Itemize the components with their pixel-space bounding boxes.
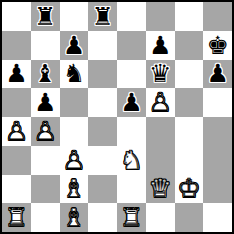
square-g7[interactable] [175,31,204,60]
square-e4[interactable] [117,117,146,146]
white-rook-icon: ♖ [2,203,31,232]
square-b1[interactable] [31,203,60,232]
black-rook-icon: ♜ [88,2,117,31]
square-b4[interactable]: ♟♙ [31,117,60,146]
square-f1[interactable] [146,203,175,232]
square-d5[interactable] [88,88,117,117]
square-a3[interactable] [2,146,31,175]
black-pawn-icon: ♟ [31,88,60,117]
square-d4[interactable] [88,117,117,146]
black-pawn-icon: ♟ [60,31,89,60]
square-c8[interactable] [60,2,89,31]
square-h7[interactable]: ♚ [203,31,232,60]
square-c1[interactable]: ♝♗ [60,203,89,232]
white-pawn-icon: ♙ [60,146,89,175]
square-b6[interactable]: ♝ [31,60,60,89]
square-b8[interactable]: ♜ [31,2,60,31]
square-e7[interactable] [117,31,146,60]
black-rook-icon: ♜ [31,2,60,31]
square-h1[interactable] [203,203,232,232]
square-e5[interactable]: ♟ [117,88,146,117]
square-f3[interactable] [146,146,175,175]
square-e8[interactable] [117,2,146,31]
square-h5[interactable] [203,88,232,117]
black-king-icon: ♚ [203,31,232,60]
black-pawn-icon: ♟ [117,88,146,117]
white-pawn-icon: ♙ [31,117,60,146]
square-d7[interactable] [88,31,117,60]
black-pawn-icon: ♟ [203,60,232,89]
square-a6[interactable]: ♟ [2,60,31,89]
square-g5[interactable] [175,88,204,117]
black-knight-icon: ♞ [60,60,89,89]
square-h4[interactable] [203,117,232,146]
white-knight-icon: ♘ [117,146,146,175]
white-pawn-icon: ♙ [146,88,175,117]
square-f7[interactable]: ♟ [146,31,175,60]
square-a2[interactable] [2,175,31,204]
square-a8[interactable] [2,2,31,31]
square-f4[interactable] [146,117,175,146]
chess-board: ♜♜♟♟♚♟♝♞♛♟♟♟♟♙♟♙♟♙♟♙♞♘♝♗♛♕♚♔♜♖♝♗♜♖ [0,0,234,234]
square-b2[interactable] [31,175,60,204]
square-c6[interactable]: ♞ [60,60,89,89]
black-pawn-icon: ♟ [146,31,175,60]
square-c5[interactable] [60,88,89,117]
square-f6[interactable]: ♛ [146,60,175,89]
square-f5[interactable]: ♟♙ [146,88,175,117]
square-c7[interactable]: ♟ [60,31,89,60]
square-a5[interactable] [2,88,31,117]
square-a4[interactable]: ♟♙ [2,117,31,146]
square-d8[interactable]: ♜ [88,2,117,31]
white-rook-icon: ♖ [117,203,146,232]
black-bishop-icon: ♝ [31,60,60,89]
square-a1[interactable]: ♜♖ [2,203,31,232]
square-e3[interactable]: ♞♘ [117,146,146,175]
square-h8[interactable] [203,2,232,31]
square-e6[interactable] [117,60,146,89]
white-bishop-icon: ♗ [60,203,89,232]
square-e2[interactable] [117,175,146,204]
square-d2[interactable] [88,175,117,204]
square-b3[interactable] [31,146,60,175]
square-f2[interactable]: ♛♕ [146,175,175,204]
square-g2[interactable]: ♚♔ [175,175,204,204]
white-queen-icon: ♕ [146,175,175,204]
white-pawn-icon: ♙ [2,117,31,146]
square-g1[interactable] [175,203,204,232]
square-b5[interactable]: ♟ [31,88,60,117]
square-b7[interactable] [31,31,60,60]
square-c3[interactable]: ♟♙ [60,146,89,175]
square-g6[interactable] [175,60,204,89]
square-g3[interactable] [175,146,204,175]
square-e1[interactable]: ♜♖ [117,203,146,232]
square-g4[interactable] [175,117,204,146]
white-bishop-icon: ♗ [60,175,89,204]
square-f8[interactable] [146,2,175,31]
square-d6[interactable] [88,60,117,89]
square-d1[interactable] [88,203,117,232]
square-h2[interactable] [203,175,232,204]
black-queen-icon: ♛ [146,60,175,89]
square-c4[interactable] [60,117,89,146]
square-c2[interactable]: ♝♗ [60,175,89,204]
black-pawn-icon: ♟ [2,60,31,89]
square-d3[interactable] [88,146,117,175]
square-g8[interactable] [175,2,204,31]
white-king-icon: ♔ [175,175,204,204]
square-h3[interactable] [203,146,232,175]
square-a7[interactable] [2,31,31,60]
square-h6[interactable]: ♟ [203,60,232,89]
